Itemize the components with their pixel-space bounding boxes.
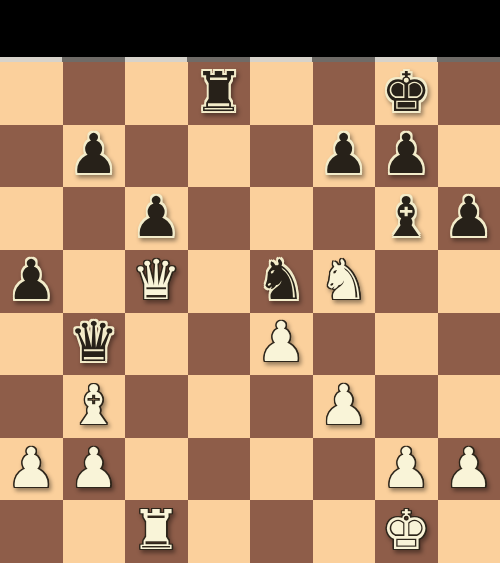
square-f1[interactable] bbox=[313, 500, 376, 563]
black-queen-piece[interactable]: ♛ bbox=[69, 315, 118, 370]
white-rook-piece[interactable]: ♜ bbox=[132, 503, 181, 558]
white-pawn-piece[interactable]: ♟ bbox=[382, 441, 431, 496]
square-a5[interactable]: ♟ bbox=[0, 250, 63, 313]
square-a1[interactable] bbox=[0, 500, 63, 563]
square-f4[interactable] bbox=[313, 313, 376, 376]
white-knight-piece[interactable]: ♞ bbox=[319, 253, 368, 308]
square-h4[interactable] bbox=[438, 313, 500, 376]
square-g4[interactable] bbox=[375, 313, 438, 376]
square-e1[interactable] bbox=[250, 500, 313, 563]
square-b5[interactable] bbox=[63, 250, 126, 313]
square-d3[interactable] bbox=[188, 375, 251, 438]
black-pawn-piece[interactable]: ♟ bbox=[7, 253, 56, 308]
white-pawn-piece[interactable]: ♟ bbox=[319, 378, 368, 433]
square-d8[interactable]: ♜ bbox=[188, 62, 251, 125]
black-rook-piece[interactable]: ♜ bbox=[194, 65, 243, 120]
square-d2[interactable] bbox=[188, 438, 251, 501]
white-bishop-piece[interactable]: ♝ bbox=[69, 378, 118, 433]
square-f5[interactable]: ♞ bbox=[313, 250, 376, 313]
square-b8[interactable] bbox=[63, 62, 126, 125]
black-king-piece[interactable]: ♚ bbox=[382, 65, 431, 120]
square-h7[interactable] bbox=[438, 125, 500, 188]
square-h2[interactable]: ♟ bbox=[438, 438, 500, 501]
square-b6[interactable] bbox=[63, 187, 126, 250]
white-pawn-piece[interactable]: ♟ bbox=[444, 441, 493, 496]
square-a7[interactable] bbox=[0, 125, 63, 188]
square-g6[interactable]: ♝ bbox=[375, 187, 438, 250]
square-c3[interactable] bbox=[125, 375, 188, 438]
square-e4[interactable]: ♟ bbox=[250, 313, 313, 376]
black-knight-piece[interactable]: ♞ bbox=[257, 253, 306, 308]
black-pawn-piece[interactable]: ♟ bbox=[382, 127, 431, 182]
square-c6[interactable]: ♟ bbox=[125, 187, 188, 250]
square-f8[interactable] bbox=[313, 62, 376, 125]
square-c8[interactable] bbox=[125, 62, 188, 125]
square-b1[interactable] bbox=[63, 500, 126, 563]
square-h3[interactable] bbox=[438, 375, 500, 438]
square-b4[interactable]: ♛ bbox=[63, 313, 126, 376]
square-e3[interactable] bbox=[250, 375, 313, 438]
white-pawn-piece[interactable]: ♟ bbox=[69, 441, 118, 496]
square-f2[interactable] bbox=[313, 438, 376, 501]
square-a3[interactable] bbox=[0, 375, 63, 438]
square-c7[interactable] bbox=[125, 125, 188, 188]
square-a4[interactable] bbox=[0, 313, 63, 376]
square-f3[interactable]: ♟ bbox=[313, 375, 376, 438]
black-bishop-piece[interactable]: ♝ bbox=[382, 190, 431, 245]
square-e7[interactable] bbox=[250, 125, 313, 188]
black-pawn-piece[interactable]: ♟ bbox=[319, 127, 368, 182]
square-e2[interactable] bbox=[250, 438, 313, 501]
square-h5[interactable] bbox=[438, 250, 500, 313]
square-b7[interactable]: ♟ bbox=[63, 125, 126, 188]
white-king-piece[interactable]: ♚ bbox=[382, 503, 431, 558]
square-g1[interactable]: ♚ bbox=[375, 500, 438, 563]
square-g8[interactable]: ♚ bbox=[375, 62, 438, 125]
square-b2[interactable]: ♟ bbox=[63, 438, 126, 501]
square-a2[interactable]: ♟ bbox=[0, 438, 63, 501]
square-g3[interactable] bbox=[375, 375, 438, 438]
square-h8[interactable] bbox=[438, 62, 500, 125]
square-g7[interactable]: ♟ bbox=[375, 125, 438, 188]
square-d7[interactable] bbox=[188, 125, 251, 188]
square-d5[interactable] bbox=[188, 250, 251, 313]
square-a8[interactable] bbox=[0, 62, 63, 125]
square-a6[interactable] bbox=[0, 187, 63, 250]
square-e6[interactable] bbox=[250, 187, 313, 250]
white-queen-piece[interactable]: ♛ bbox=[132, 253, 181, 308]
white-pawn-piece[interactable]: ♟ bbox=[257, 315, 306, 370]
square-b3[interactable]: ♝ bbox=[63, 375, 126, 438]
white-pawn-piece[interactable]: ♟ bbox=[7, 441, 56, 496]
app-screen: ♜♚♟♟♟♟♝♟♟♛♞♞♛♟♝♟♟♟♟♟♜♚ bbox=[0, 0, 500, 563]
square-h1[interactable] bbox=[438, 500, 500, 563]
square-e8[interactable] bbox=[250, 62, 313, 125]
square-h6[interactable]: ♟ bbox=[438, 187, 500, 250]
chess-board: ♜♚♟♟♟♟♝♟♟♛♞♞♛♟♝♟♟♟♟♟♜♚ bbox=[0, 62, 500, 563]
square-g5[interactable] bbox=[375, 250, 438, 313]
square-c2[interactable] bbox=[125, 438, 188, 501]
black-pawn-piece[interactable]: ♟ bbox=[132, 190, 181, 245]
black-pawn-piece[interactable]: ♟ bbox=[69, 127, 118, 182]
square-e5[interactable]: ♞ bbox=[250, 250, 313, 313]
square-c5[interactable]: ♛ bbox=[125, 250, 188, 313]
square-f6[interactable] bbox=[313, 187, 376, 250]
square-c1[interactable]: ♜ bbox=[125, 500, 188, 563]
black-pawn-piece[interactable]: ♟ bbox=[444, 190, 493, 245]
square-d1[interactable] bbox=[188, 500, 251, 563]
top-black-bar bbox=[0, 0, 500, 57]
square-d4[interactable] bbox=[188, 313, 251, 376]
square-d6[interactable] bbox=[188, 187, 251, 250]
square-f7[interactable]: ♟ bbox=[313, 125, 376, 188]
square-c4[interactable] bbox=[125, 313, 188, 376]
square-g2[interactable]: ♟ bbox=[375, 438, 438, 501]
